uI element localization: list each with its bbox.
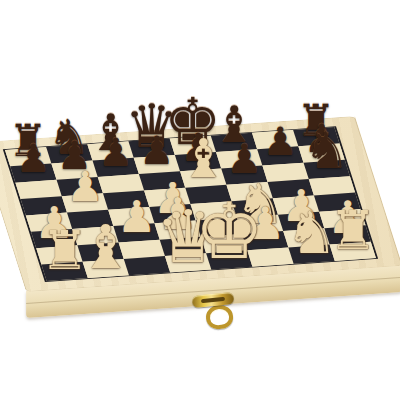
piece-bP-a7[interactable]: ♟ (16, 139, 51, 178)
piece-bP-g7[interactable]: ♟ (263, 122, 298, 161)
brass-clasp-slot (201, 297, 225, 303)
piece-bN-h6[interactable]: ♞ (304, 126, 350, 177)
piece-wB-b1[interactable]: ♝ (79, 217, 133, 278)
chess-set-photo: ♜♞♝♛♚♝♜♟♟♟♟♟♟♟♝♟♞♟♟♟♟♟♞♟♟♟♜♝♛♚♞♜ (0, 0, 400, 400)
pieces-layer: ♜♞♝♛♚♝♜♟♟♟♟♟♟♟♝♟♞♟♟♟♟♟♞♟♟♟♜♝♛♚♞♜ (0, 0, 400, 400)
piece-wR-h1[interactable]: ♜ (329, 206, 377, 259)
piece-wK-e1[interactable]: ♚ (195, 193, 264, 270)
piece-bP-d7[interactable]: ♟ (139, 131, 174, 170)
